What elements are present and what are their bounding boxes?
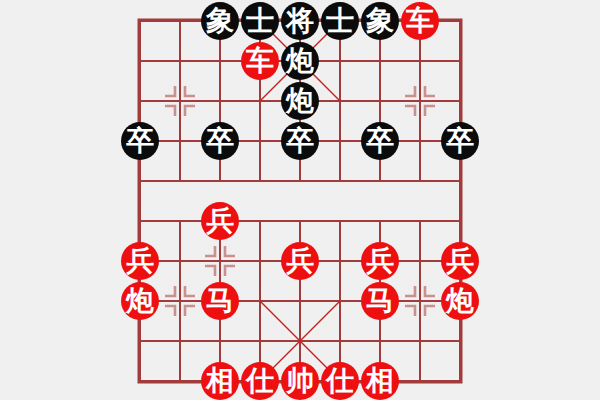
piece-black-cannon[interactable]: 炮: [281, 42, 319, 80]
piece-red-cannon[interactable]: 炮: [121, 282, 159, 320]
piece-red-elephant[interactable]: 相: [201, 362, 239, 400]
star-point-marker: [425, 286, 435, 296]
piece-red-advisor[interactable]: 仕: [321, 362, 359, 400]
piece-black-general[interactable]: 将: [281, 2, 319, 40]
star-point-marker: [425, 306, 435, 316]
star-point-marker: [405, 106, 415, 116]
piece-red-soldier[interactable]: 兵: [441, 242, 479, 280]
xiangqi-board[interactable]: 象士将士象车车炮炮卒卒卒卒卒兵兵兵兵兵炮马马炮相仕帅仕相: [0, 0, 600, 400]
piece-black-soldier[interactable]: 卒: [121, 122, 159, 160]
star-point-marker: [185, 286, 195, 296]
star-point-marker: [405, 86, 415, 96]
star-point-marker: [185, 106, 195, 116]
star-point-marker: [205, 246, 215, 256]
star-point-marker: [185, 306, 195, 316]
star-point-marker: [205, 266, 215, 276]
piece-black-advisor[interactable]: 士: [241, 2, 279, 40]
star-point-marker: [225, 266, 235, 276]
piece-black-elephant[interactable]: 象: [201, 2, 239, 40]
piece-black-elephant[interactable]: 象: [361, 2, 399, 40]
piece-red-advisor[interactable]: 仕: [241, 362, 279, 400]
piece-black-soldier[interactable]: 卒: [201, 122, 239, 160]
star-point-marker: [225, 246, 235, 256]
star-point-marker: [165, 86, 175, 96]
piece-black-soldier[interactable]: 卒: [441, 122, 479, 160]
piece-red-soldier[interactable]: 兵: [361, 242, 399, 280]
piece-red-soldier[interactable]: 兵: [201, 202, 239, 240]
piece-red-chariot[interactable]: 车: [241, 42, 279, 80]
piece-red-soldier[interactable]: 兵: [281, 242, 319, 280]
star-point-marker: [185, 86, 195, 96]
star-point-marker: [425, 106, 435, 116]
star-point-marker: [405, 286, 415, 296]
piece-red-horse[interactable]: 马: [361, 282, 399, 320]
piece-red-horse[interactable]: 马: [201, 282, 239, 320]
piece-black-soldier[interactable]: 卒: [281, 122, 319, 160]
piece-red-elephant[interactable]: 相: [361, 362, 399, 400]
piece-red-soldier[interactable]: 兵: [121, 242, 159, 280]
star-point-marker: [425, 86, 435, 96]
star-point-marker: [165, 106, 175, 116]
piece-red-general[interactable]: 帅: [281, 362, 319, 400]
piece-black-cannon[interactable]: 炮: [281, 82, 319, 120]
piece-red-chariot[interactable]: 车: [401, 2, 439, 40]
piece-black-advisor[interactable]: 士: [321, 2, 359, 40]
piece-red-cannon[interactable]: 炮: [441, 282, 479, 320]
star-point-marker: [405, 306, 415, 316]
piece-black-soldier[interactable]: 卒: [361, 122, 399, 160]
star-point-marker: [165, 286, 175, 296]
star-point-marker: [165, 306, 175, 316]
